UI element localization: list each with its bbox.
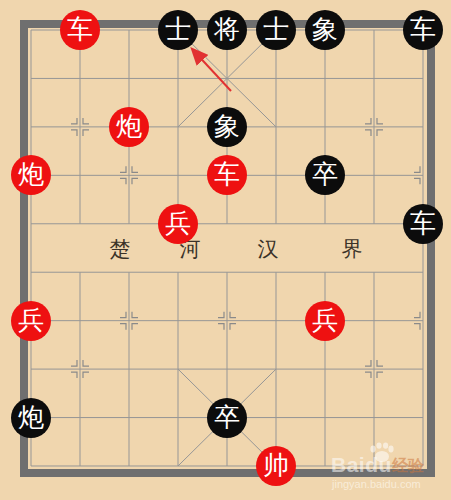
piece-black-chariot[interactable]: 车 [403, 204, 443, 244]
piece-red-cannon[interactable]: 炮 [109, 107, 149, 147]
board-cell: 车 [203, 151, 252, 199]
piece-red-cannon[interactable]: 炮 [11, 155, 51, 195]
piece-black-elephant[interactable]: 象 [305, 10, 345, 50]
board-grid: 车士将士象车炮象炮车卒兵车兵兵炮卒帅 [7, 6, 448, 490]
board-cell: 炮 [7, 393, 56, 441]
piece-black-cannon[interactable]: 炮 [11, 398, 51, 438]
piece-red-king[interactable]: 帅 [256, 446, 296, 486]
board-cell: 车 [399, 6, 448, 54]
piece-black-chariot[interactable]: 车 [403, 10, 443, 50]
piece-red-pawn[interactable]: 兵 [158, 204, 198, 244]
board-cell: 士 [154, 6, 203, 54]
board-cell: 车 [399, 200, 448, 248]
piece-black-general[interactable]: 将 [207, 10, 247, 50]
board-cell: 兵 [7, 296, 56, 344]
piece-black-advisor[interactable]: 士 [256, 10, 296, 50]
board-cell: 炮 [105, 103, 154, 151]
board-cell: 帅 [252, 442, 301, 490]
board-cell: 将 [203, 6, 252, 54]
piece-red-chariot[interactable]: 车 [60, 10, 100, 50]
piece-red-chariot[interactable]: 车 [207, 155, 247, 195]
board-cell: 兵 [301, 296, 350, 344]
xiangqi-board-page: 楚 河 汉 界 车士将士象车炮象炮车卒兵车兵兵炮卒帅 Baidu 经验 jing… [0, 0, 451, 500]
board-cell: 象 [203, 103, 252, 151]
board-cell: 炮 [7, 151, 56, 199]
board-cell: 卒 [301, 151, 350, 199]
piece-black-pawn[interactable]: 卒 [305, 155, 345, 195]
board-cell: 象 [301, 6, 350, 54]
board-cell: 卒 [203, 393, 252, 441]
board-cell: 车 [56, 6, 105, 54]
board-cell: 士 [252, 6, 301, 54]
board-cell: 兵 [154, 200, 203, 248]
piece-black-pawn[interactable]: 卒 [207, 398, 247, 438]
piece-black-elephant[interactable]: 象 [207, 107, 247, 147]
piece-red-pawn[interactable]: 兵 [305, 301, 345, 341]
piece-black-advisor[interactable]: 士 [158, 10, 198, 50]
piece-red-pawn[interactable]: 兵 [11, 301, 51, 341]
